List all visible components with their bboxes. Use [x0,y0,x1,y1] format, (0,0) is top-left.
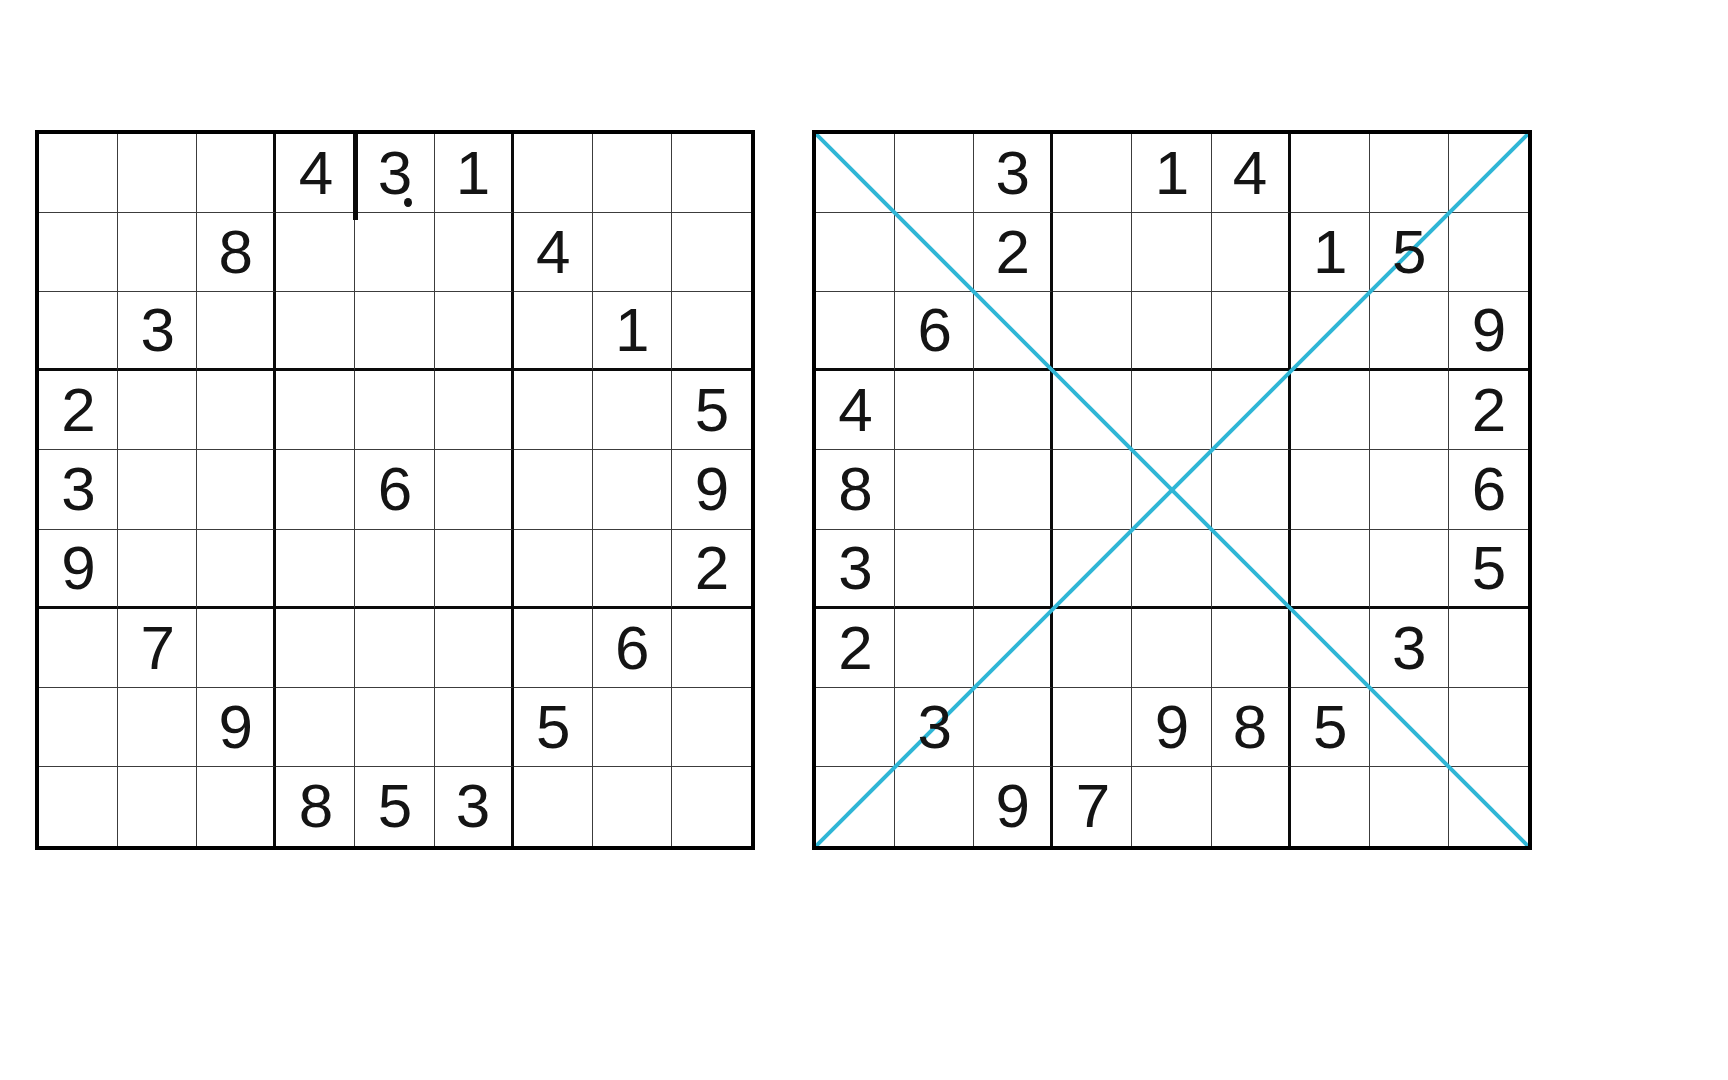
given-digit: 2 [996,221,1029,283]
given-digit: 8 [838,458,871,520]
cell-r9c1[interactable] [816,767,895,846]
given-digit: 1 [1155,142,1188,204]
given-digit: 9 [61,537,94,599]
cell-r6c8[interactable] [1370,530,1449,609]
cell-r1c8[interactable] [593,134,672,213]
cell-r1c3[interactable]: 3 [974,134,1053,213]
given-digit: 7 [1076,775,1109,837]
cell-r9c3[interactable] [197,767,276,846]
cell-r8c6[interactable]: 8 [1212,688,1291,767]
cell-r3c1[interactable] [816,292,895,371]
given-digit: 3 [838,537,871,599]
cell-r4c7[interactable] [514,371,593,450]
classic-sudoku-board: 431843125369927695853 [35,130,755,850]
cell-r1c7[interactable] [1291,134,1370,213]
cell-r1c5[interactable]: 1 [1132,134,1211,213]
cell-r8c6[interactable] [435,688,514,767]
cell-r9c7[interactable] [514,767,593,846]
given-digit: 9 [996,775,1029,837]
cell-r9c5[interactable] [1132,767,1211,846]
cell-r2c3[interactable]: 2 [974,213,1053,292]
cell-r3c3[interactable] [197,292,276,371]
cell-r5c1[interactable]: 3 [39,450,118,529]
given-digit: 6 [917,299,950,361]
cell-r6c4[interactable] [1053,530,1132,609]
cell-r1c8[interactable] [1370,134,1449,213]
cell-r3c4[interactable] [1053,292,1132,371]
cell-r2c9[interactable] [1449,213,1528,292]
cell-r6c5[interactable] [355,530,434,609]
cell-r7c5[interactable] [355,609,434,688]
cell-r6c2[interactable] [895,530,974,609]
cell-r8c5[interactable]: 9 [1132,688,1211,767]
given-digit: 5 [1313,696,1346,758]
cell-r7c4[interactable] [276,609,355,688]
cell-r9c3[interactable]: 9 [974,767,1053,846]
cell-r3c2[interactable]: 3 [118,292,197,371]
given-digit: 6 [378,458,411,520]
given-digit: 2 [838,617,871,679]
cell-r5c1[interactable]: 8 [816,450,895,529]
cell-r9c1[interactable] [39,767,118,846]
cell-r3c8[interactable]: 1 [593,292,672,371]
cell-r2c6[interactable] [435,213,514,292]
cell-r3c9[interactable]: 9 [1449,292,1528,371]
cell-r7c1[interactable]: 2 [816,609,895,688]
cell-r5c9[interactable]: 9 [672,450,751,529]
cell-r7c7[interactable] [1291,609,1370,688]
cell-r2c9[interactable] [672,213,751,292]
cell-r4c8[interactable] [593,371,672,450]
cell-r9c9[interactable] [1449,767,1528,846]
cell-r5c6[interactable] [435,450,514,529]
cell-r1c4[interactable] [1053,134,1132,213]
cell-r2c8[interactable]: 5 [1370,213,1449,292]
cell-r5c3[interactable] [974,450,1053,529]
cell-r4c4[interactable] [276,371,355,450]
cell-r6c5[interactable] [1132,530,1211,609]
cell-r9c8[interactable] [1370,767,1449,846]
cell-r9c2[interactable] [895,767,974,846]
cell-r5c6[interactable] [1212,450,1291,529]
cell-r8c1[interactable] [816,688,895,767]
given-digit: 5 [695,379,728,441]
cell-r6c9[interactable]: 5 [1449,530,1528,609]
cell-r5c8[interactable] [593,450,672,529]
given-digit: 5 [1392,221,1425,283]
cell-r4c1[interactable]: 4 [816,371,895,450]
cell-r4c9[interactable]: 2 [1449,371,1528,450]
cell-r8c2[interactable]: 3 [895,688,974,767]
cell-r4c3[interactable] [974,371,1053,450]
cell-r1c6[interactable]: 4 [1212,134,1291,213]
cell-r2c6[interactable] [1212,213,1291,292]
cell-r3c6[interactable] [1212,292,1291,371]
cell-r4c7[interactable] [1291,371,1370,450]
cell-r9c4[interactable]: 7 [1053,767,1132,846]
cell-r7c6[interactable] [1212,609,1291,688]
given-digit: 4 [1233,142,1266,204]
cell-r7c4[interactable] [1053,609,1132,688]
cell-r5c2[interactable] [895,450,974,529]
given-digit: 3 [456,775,489,837]
cell-r5c8[interactable] [1370,450,1449,529]
cell-r3c1[interactable] [39,292,118,371]
x-sudoku-board: 3142156942863523398597 [812,130,1532,850]
cell-r6c1[interactable]: 3 [816,530,895,609]
cell-r3c5[interactable] [355,292,434,371]
given-digit: 9 [695,458,728,520]
cell-r1c5[interactable]: 3 [355,134,434,213]
cell-r2c7[interactable]: 1 [1291,213,1370,292]
cell-r7c9[interactable] [1449,609,1528,688]
given-digit: 3 [1392,617,1425,679]
cell-r8c3[interactable]: 9 [197,688,276,767]
cell-r9c8[interactable] [593,767,672,846]
given-digit: 3 [61,458,94,520]
cell-r4c4[interactable] [1053,371,1132,450]
cell-r9c4[interactable]: 8 [276,767,355,846]
cell-r2c4[interactable] [1053,213,1132,292]
given-digit: 3 [917,696,950,758]
cell-r8c7[interactable]: 5 [1291,688,1370,767]
given-digit: 2 [695,537,728,599]
cell-r7c6[interactable] [435,609,514,688]
given-digit: 3 [378,142,411,204]
cell-r8c5[interactable] [355,688,434,767]
cell-r6c3[interactable] [197,530,276,609]
cell-r4c2[interactable] [895,371,974,450]
given-digit: 1 [615,299,648,361]
given-digit: 5 [378,775,411,837]
cell-r7c8[interactable]: 6 [593,609,672,688]
cell-r6c3[interactable] [974,530,1053,609]
cell-r4c1[interactable]: 2 [39,371,118,450]
given-digit: 3 [140,299,173,361]
cell-r8c1[interactable] [39,688,118,767]
cell-r2c5[interactable] [355,213,434,292]
cell-r2c2[interactable] [118,213,197,292]
cell-r8c4[interactable] [276,688,355,767]
cell-r6c1[interactable]: 9 [39,530,118,609]
given-digit: 3 [996,142,1029,204]
cell-r3c9[interactable] [672,292,751,371]
cell-r5c4[interactable] [1053,450,1132,529]
cell-r3c2[interactable]: 6 [895,292,974,371]
cell-r5c4[interactable] [276,450,355,529]
cell-r4c6[interactable] [435,371,514,450]
cell-r7c7[interactable] [514,609,593,688]
cell-r1c9[interactable] [1449,134,1528,213]
given-digit: 8 [219,221,252,283]
cell-r2c8[interactable] [593,213,672,292]
cell-r9c7[interactable] [1291,767,1370,846]
cell-r9c6[interactable] [1212,767,1291,846]
cell-r8c9[interactable] [1449,688,1528,767]
cell-r7c3[interactable] [197,609,276,688]
cell-r2c2[interactable] [895,213,974,292]
cell-r8c9[interactable] [672,688,751,767]
cell-r6c8[interactable] [593,530,672,609]
cell-r3c3[interactable] [974,292,1053,371]
given-digit: 1 [456,142,489,204]
cell-r7c9[interactable] [672,609,751,688]
cell-r4c2[interactable] [118,371,197,450]
cell-r8c4[interactable] [1053,688,1132,767]
cell-r3c8[interactable] [1370,292,1449,371]
cell-r3c5[interactable] [1132,292,1211,371]
cell-r7c2[interactable] [895,609,974,688]
given-digit: 4 [838,379,871,441]
cell-r1c3[interactable] [197,134,276,213]
given-digit: 9 [1472,299,1505,361]
cell-r7c5[interactable] [1132,609,1211,688]
cell-r3c6[interactable] [435,292,514,371]
cell-r4c3[interactable] [197,371,276,450]
cell-r8c8[interactable] [1370,688,1449,767]
given-digit: 8 [1233,696,1266,758]
cell-r5c3[interactable] [197,450,276,529]
given-digit: 2 [61,379,94,441]
given-digit: 9 [219,696,252,758]
given-digit: 1 [1313,221,1346,283]
given-digit: 5 [536,696,569,758]
cell-r2c1[interactable] [39,213,118,292]
cell-r6c7[interactable] [514,530,593,609]
cell-r9c9[interactable] [672,767,751,846]
cell-r8c3[interactable] [974,688,1053,767]
cell-r9c6[interactable]: 3 [435,767,514,846]
cell-r9c2[interactable] [118,767,197,846]
cell-r8c7[interactable]: 5 [514,688,593,767]
given-digit: 6 [615,617,648,679]
cell-r7c3[interactable] [974,609,1053,688]
cell-r4c5[interactable] [355,371,434,450]
cell-r4c5[interactable] [1132,371,1211,450]
cell-r4c9[interactable]: 5 [672,371,751,450]
cell-r6c7[interactable] [1291,530,1370,609]
cell-r2c3[interactable]: 8 [197,213,276,292]
cell-r2c1[interactable] [816,213,895,292]
cell-r5c7[interactable] [1291,450,1370,529]
cell-r3c4[interactable] [276,292,355,371]
cell-r1c7[interactable] [514,134,593,213]
cell-r7c8[interactable]: 3 [1370,609,1449,688]
cell-r1c2[interactable] [895,134,974,213]
cell-r1c9[interactable] [672,134,751,213]
cell-r5c2[interactable] [118,450,197,529]
cell-r7c2[interactable]: 7 [118,609,197,688]
page: 431843125369927695853 314215694286352339… [0,0,1728,1080]
cell-r5c5[interactable] [1132,450,1211,529]
given-digit: 7 [140,617,173,679]
cell-r4c8[interactable] [1370,371,1449,450]
cell-r1c1[interactable] [816,134,895,213]
cell-r4c6[interactable] [1212,371,1291,450]
given-digit: 4 [299,142,332,204]
cell-r6c4[interactable] [276,530,355,609]
cell-r2c4[interactable] [276,213,355,292]
cell-r2c7[interactable]: 4 [514,213,593,292]
cell-r8c2[interactable] [118,688,197,767]
given-digit: 4 [536,221,569,283]
given-digit: 9 [1155,696,1188,758]
cell-r6c2[interactable] [118,530,197,609]
cell-r5c7[interactable] [514,450,593,529]
given-digit: 8 [299,775,332,837]
cell-r9c5[interactable]: 5 [355,767,434,846]
cell-r7c1[interactable] [39,609,118,688]
cell-r3c7[interactable] [1291,292,1370,371]
cell-r1c4[interactable]: 4 [276,134,355,213]
cell-r6c6[interactable] [435,530,514,609]
cell-r1c1[interactable] [39,134,118,213]
given-digit: 5 [1472,537,1505,599]
cell-r5c5[interactable]: 6 [355,450,434,529]
given-digit: 6 [1472,458,1505,520]
cell-r2c5[interactable] [1132,213,1211,292]
sudoku-boards-row: 431843125369927695853 314215694286352339… [35,130,1532,850]
cell-r1c2[interactable] [118,134,197,213]
cell-r6c9[interactable]: 2 [672,530,751,609]
given-digit: 2 [1472,379,1505,441]
cell-r6c6[interactable] [1212,530,1291,609]
cell-r1c6[interactable]: 1 [435,134,514,213]
cell-r3c7[interactable] [514,292,593,371]
cell-r5c9[interactable]: 6 [1449,450,1528,529]
cell-r8c8[interactable] [593,688,672,767]
